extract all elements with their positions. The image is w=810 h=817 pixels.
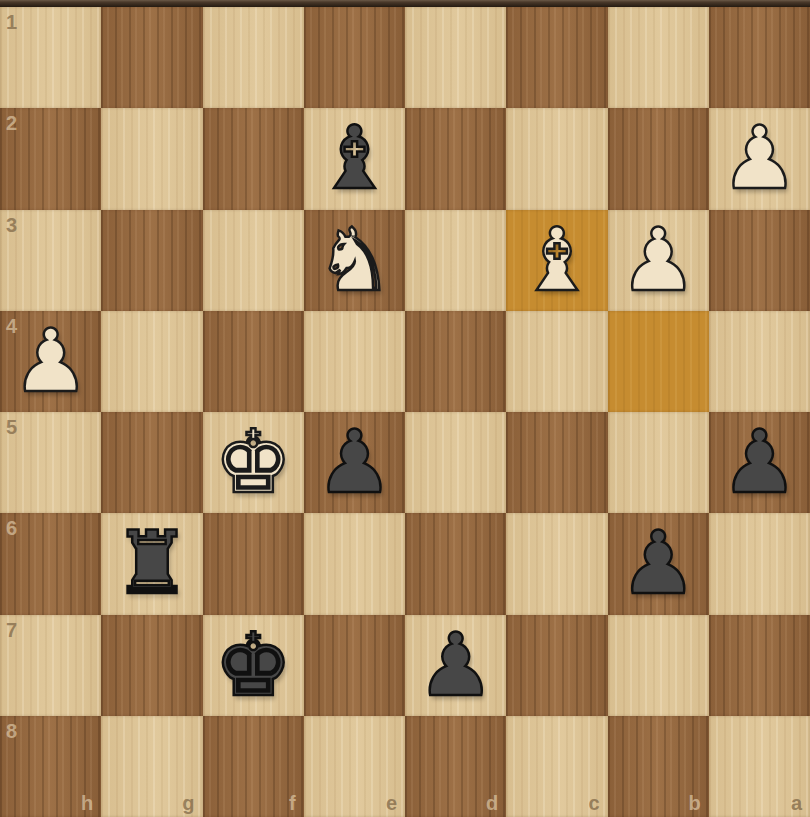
square-h6[interactable]: 6 bbox=[0, 513, 101, 614]
square-f1[interactable] bbox=[203, 7, 304, 108]
square-d3[interactable] bbox=[405, 210, 506, 311]
square-d6[interactable] bbox=[405, 513, 506, 614]
square-g3[interactable] bbox=[101, 210, 202, 311]
square-b1[interactable] bbox=[608, 7, 709, 108]
square-g2[interactable] bbox=[101, 108, 202, 209]
square-e7[interactable] bbox=[304, 615, 405, 716]
rank-label-1: 1 bbox=[6, 12, 17, 32]
square-e8[interactable]: e bbox=[304, 716, 405, 817]
square-g6[interactable]: ♜ bbox=[101, 513, 202, 614]
white-bishop[interactable]: ♝ bbox=[506, 210, 607, 311]
square-e1[interactable] bbox=[304, 7, 405, 108]
file-label-e: e bbox=[386, 793, 397, 813]
rank-label-7: 7 bbox=[6, 620, 17, 640]
square-f5[interactable]: ♚ bbox=[203, 412, 304, 513]
file-label-d: d bbox=[486, 793, 498, 813]
square-a7[interactable] bbox=[709, 615, 810, 716]
white-king[interactable]: ♚ bbox=[203, 412, 304, 513]
square-d4[interactable] bbox=[405, 311, 506, 412]
white-pawn[interactable]: ♟ bbox=[608, 210, 709, 311]
square-f7[interactable]: ♚ bbox=[203, 615, 304, 716]
square-b8[interactable]: b bbox=[608, 716, 709, 817]
square-c5[interactable] bbox=[506, 412, 607, 513]
rank-label-5: 5 bbox=[6, 417, 17, 437]
square-h5[interactable]: 5 bbox=[0, 412, 101, 513]
file-label-b: b bbox=[689, 793, 701, 813]
white-pawn[interactable]: ♟ bbox=[0, 311, 101, 412]
white-pawn[interactable]: ♟ bbox=[709, 108, 810, 209]
square-b4[interactable] bbox=[608, 311, 709, 412]
square-h1[interactable]: 1 bbox=[0, 7, 101, 108]
black-pawn[interactable]: ♟ bbox=[304, 412, 405, 513]
square-f4[interactable] bbox=[203, 311, 304, 412]
square-d2[interactable] bbox=[405, 108, 506, 209]
file-label-c: c bbox=[588, 793, 599, 813]
square-a2[interactable]: ♟ bbox=[709, 108, 810, 209]
square-c4[interactable] bbox=[506, 311, 607, 412]
square-c1[interactable] bbox=[506, 7, 607, 108]
file-label-h: h bbox=[81, 793, 93, 813]
square-b2[interactable] bbox=[608, 108, 709, 209]
square-b6[interactable]: ♟ bbox=[608, 513, 709, 614]
rank-label-6: 6 bbox=[6, 518, 17, 538]
square-h4[interactable]: 4♟ bbox=[0, 311, 101, 412]
black-bishop[interactable]: ♝ bbox=[304, 108, 405, 209]
square-f8[interactable]: f bbox=[203, 716, 304, 817]
file-label-g: g bbox=[182, 793, 194, 813]
square-e3[interactable]: ♞ bbox=[304, 210, 405, 311]
square-d8[interactable]: d bbox=[405, 716, 506, 817]
square-d7[interactable]: ♟ bbox=[405, 615, 506, 716]
square-a4[interactable] bbox=[709, 311, 810, 412]
square-f2[interactable] bbox=[203, 108, 304, 209]
square-g1[interactable] bbox=[101, 7, 202, 108]
rank-label-2: 2 bbox=[6, 113, 17, 133]
square-a8[interactable]: a bbox=[709, 716, 810, 817]
black-rook[interactable]: ♜ bbox=[101, 513, 202, 614]
square-b5[interactable] bbox=[608, 412, 709, 513]
square-f6[interactable] bbox=[203, 513, 304, 614]
square-e6[interactable] bbox=[304, 513, 405, 614]
square-a1[interactable] bbox=[709, 7, 810, 108]
black-pawn[interactable]: ♟ bbox=[405, 615, 506, 716]
square-c8[interactable]: c bbox=[506, 716, 607, 817]
board-frame-top bbox=[0, 0, 810, 7]
square-e5[interactable]: ♟ bbox=[304, 412, 405, 513]
chess-app: 12♝♟3♞♝♟4♟5♚♟♟6♜♟7♚♟8hgfedcba bbox=[0, 0, 810, 817]
chess-board: 12♝♟3♞♝♟4♟5♚♟♟6♜♟7♚♟8hgfedcba bbox=[0, 7, 810, 817]
black-king[interactable]: ♚ bbox=[203, 615, 304, 716]
square-b7[interactable] bbox=[608, 615, 709, 716]
square-h3[interactable]: 3 bbox=[0, 210, 101, 311]
square-g7[interactable] bbox=[101, 615, 202, 716]
square-h8[interactable]: 8h bbox=[0, 716, 101, 817]
black-pawn[interactable]: ♟ bbox=[608, 513, 709, 614]
square-d1[interactable] bbox=[405, 7, 506, 108]
rank-label-8: 8 bbox=[6, 721, 17, 741]
file-label-f: f bbox=[289, 793, 296, 813]
square-d5[interactable] bbox=[405, 412, 506, 513]
black-pawn[interactable]: ♟ bbox=[709, 412, 810, 513]
square-e2[interactable]: ♝ bbox=[304, 108, 405, 209]
square-b3[interactable]: ♟ bbox=[608, 210, 709, 311]
square-a3[interactable] bbox=[709, 210, 810, 311]
square-f3[interactable] bbox=[203, 210, 304, 311]
square-c7[interactable] bbox=[506, 615, 607, 716]
square-c2[interactable] bbox=[506, 108, 607, 209]
square-h7[interactable]: 7 bbox=[0, 615, 101, 716]
white-knight[interactable]: ♞ bbox=[304, 210, 405, 311]
square-c3[interactable]: ♝ bbox=[506, 210, 607, 311]
square-e4[interactable] bbox=[304, 311, 405, 412]
square-g5[interactable] bbox=[101, 412, 202, 513]
square-a6[interactable] bbox=[709, 513, 810, 614]
square-a5[interactable]: ♟ bbox=[709, 412, 810, 513]
rank-label-3: 3 bbox=[6, 215, 17, 235]
square-g8[interactable]: g bbox=[101, 716, 202, 817]
square-h2[interactable]: 2 bbox=[0, 108, 101, 209]
square-g4[interactable] bbox=[101, 311, 202, 412]
square-c6[interactable] bbox=[506, 513, 607, 614]
file-label-a: a bbox=[791, 793, 802, 813]
